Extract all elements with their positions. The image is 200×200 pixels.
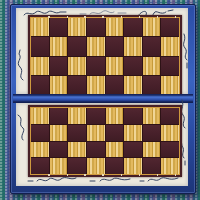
square-bottom-r0c0 <box>31 108 49 124</box>
squares-grid-bottom <box>30 107 180 175</box>
board-frame-bottom <box>28 105 182 177</box>
square-top-r0c5 <box>124 18 142 36</box>
square-bottom-r0c1 <box>50 108 68 124</box>
square-bottom-r2c6 <box>143 142 161 158</box>
square-bottom-r3c4 <box>106 158 124 174</box>
square-bottom-r1c7 <box>161 125 179 141</box>
squares-grid-top <box>30 17 180 95</box>
square-bottom-r0c3 <box>87 108 105 124</box>
square-top-r2c4 <box>106 57 124 75</box>
board-hinge <box>13 94 193 103</box>
square-bottom-r2c7 <box>161 142 179 158</box>
square-bottom-r3c3 <box>87 158 105 174</box>
square-top-r1c7 <box>161 37 179 55</box>
square-bottom-r3c0 <box>31 158 49 174</box>
signature-bottom-center <box>88 175 132 185</box>
square-top-r2c7 <box>161 57 179 75</box>
board-frame-top <box>28 15 182 97</box>
square-top-r0c6 <box>143 18 161 36</box>
square-top-r3c7 <box>161 76 179 94</box>
square-top-r3c1 <box>50 76 68 94</box>
square-top-r1c3 <box>87 37 105 55</box>
square-bottom-r2c2 <box>68 142 86 158</box>
square-bottom-r0c5 <box>124 108 142 124</box>
square-bottom-r3c1 <box>50 158 68 174</box>
square-bottom-r1c2 <box>68 125 86 141</box>
square-top-r0c3 <box>87 18 105 36</box>
chessboard <box>10 4 196 194</box>
square-top-r0c7 <box>161 18 179 36</box>
square-bottom-r0c2 <box>68 108 86 124</box>
square-bottom-r1c0 <box>31 125 49 141</box>
board-half-bottom <box>16 103 188 186</box>
square-top-r2c5 <box>124 57 142 75</box>
square-top-r0c2 <box>68 18 86 36</box>
square-bottom-r2c1 <box>50 142 68 158</box>
signature-bottom-left <box>26 175 78 185</box>
square-top-r3c4 <box>106 76 124 94</box>
square-top-r3c6 <box>143 76 161 94</box>
square-top-r3c5 <box>124 76 142 94</box>
square-bottom-r3c6 <box>143 158 161 174</box>
square-bottom-r1c1 <box>50 125 68 141</box>
square-top-r2c6 <box>143 57 161 75</box>
signature-right-vertical-top-half <box>181 32 191 70</box>
square-top-r1c2 <box>68 37 86 55</box>
square-bottom-r3c7 <box>161 158 179 174</box>
square-top-r0c1 <box>50 18 68 36</box>
square-bottom-r1c4 <box>106 125 124 141</box>
square-top-r3c0 <box>31 76 49 94</box>
square-top-r1c4 <box>106 37 124 55</box>
photo-scene <box>0 0 200 200</box>
square-top-r1c5 <box>124 37 142 55</box>
square-bottom-r0c4 <box>106 108 124 124</box>
square-top-r1c1 <box>50 37 68 55</box>
square-top-r2c0 <box>31 57 49 75</box>
square-top-r2c2 <box>68 57 86 75</box>
square-top-r0c0 <box>31 18 49 36</box>
square-bottom-r2c0 <box>31 142 49 158</box>
square-top-r3c3 <box>87 76 105 94</box>
square-bottom-r2c3 <box>87 142 105 158</box>
square-top-r0c4 <box>106 18 124 36</box>
signature-bottom-right <box>138 175 180 185</box>
signature-left-vertical-top-half <box>16 48 26 82</box>
signature-left-vertical-bottom-half <box>15 112 27 142</box>
square-bottom-r2c5 <box>124 142 142 158</box>
square-top-r1c6 <box>143 37 161 55</box>
board-half-top <box>16 8 188 94</box>
square-bottom-r3c5 <box>124 158 142 174</box>
square-top-r3c2 <box>68 76 86 94</box>
square-top-r2c3 <box>87 57 105 75</box>
square-top-r2c1 <box>50 57 68 75</box>
square-bottom-r1c3 <box>87 125 105 141</box>
square-bottom-r0c6 <box>143 108 161 124</box>
square-bottom-r1c6 <box>143 125 161 141</box>
frame-tick-marks-top <box>32 16 176 18</box>
square-bottom-r0c7 <box>161 108 179 124</box>
square-bottom-r3c2 <box>68 158 86 174</box>
square-bottom-r2c4 <box>106 142 124 158</box>
square-top-r1c0 <box>31 37 49 55</box>
square-bottom-r1c5 <box>124 125 142 141</box>
